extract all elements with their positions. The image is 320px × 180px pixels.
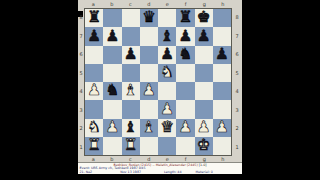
- square-c3[interactable]: [122, 100, 140, 118]
- current-move: 21. Na2: [80, 170, 93, 174]
- rank-label-1: 1: [233, 138, 241, 157]
- square-b3[interactable]: [103, 100, 121, 118]
- square-d2[interactable]: ♝: [140, 119, 158, 137]
- file-label-g: g: [195, 1, 214, 7]
- square-c7[interactable]: [122, 27, 140, 45]
- square-e8[interactable]: [158, 9, 176, 27]
- black-pawn-piece[interactable]: ♟: [105, 28, 119, 44]
- game-info-panel: Bashkov_Ruslan (2415) -- Maletin_Alexand…: [78, 162, 242, 174]
- square-f3[interactable]: [176, 100, 194, 118]
- rank-labels-right: 87654321: [233, 8, 241, 156]
- black-king-piece[interactable]: ♚: [197, 10, 211, 26]
- square-e6[interactable]: ♟: [158, 46, 176, 64]
- square-e4[interactable]: [158, 82, 176, 100]
- file-label-d: d: [140, 1, 159, 7]
- white-queen-piece[interactable]: ♛: [160, 119, 174, 135]
- rank-label-4: 4: [233, 82, 241, 101]
- square-g6[interactable]: [195, 46, 213, 64]
- square-g8[interactable]: ♚: [195, 9, 213, 27]
- white-king-piece[interactable]: ♚: [197, 138, 211, 154]
- square-g4[interactable]: [195, 82, 213, 100]
- square-a4[interactable]: ♟: [85, 82, 103, 100]
- square-d6[interactable]: [140, 46, 158, 64]
- square-a6[interactable]: [85, 46, 103, 64]
- game-result: [1-0]: [199, 163, 207, 167]
- square-e5[interactable]: ♞: [158, 64, 176, 82]
- black-knight-piece[interactable]: ♞: [178, 46, 192, 62]
- square-c8[interactable]: [122, 9, 140, 27]
- black-pawn-piece[interactable]: ♟: [178, 28, 192, 44]
- square-g1[interactable]: ♚: [195, 137, 213, 155]
- square-b4[interactable]: ♞: [103, 82, 121, 100]
- white-pawn-piece[interactable]: ♟: [105, 119, 119, 135]
- white-pawn-piece[interactable]: ♟: [215, 119, 229, 135]
- square-g7[interactable]: ♟: [195, 27, 213, 45]
- white-pawn-piece[interactable]: ♟: [178, 119, 192, 135]
- square-f1[interactable]: [176, 137, 194, 155]
- square-h2[interactable]: ♟: [213, 119, 231, 137]
- black-queen-piece[interactable]: ♛: [142, 10, 156, 26]
- white-pawn-piece[interactable]: ♟: [142, 83, 156, 99]
- square-b5[interactable]: [103, 64, 121, 82]
- black-knight-piece[interactable]: ♞: [105, 83, 119, 99]
- white-pawn-piece[interactable]: ♟: [197, 119, 211, 135]
- square-d5[interactable]: [140, 64, 158, 82]
- square-b2[interactable]: ♟: [103, 119, 121, 137]
- game-length: Length: 44: [164, 170, 181, 174]
- black-pawn-piece[interactable]: ♟: [124, 46, 138, 62]
- square-e1[interactable]: [158, 137, 176, 155]
- black-pawn-piece[interactable]: ♟: [87, 28, 101, 44]
- square-d3[interactable]: [140, 100, 158, 118]
- file-label-c: c: [121, 1, 140, 7]
- white-knight-piece[interactable]: ♞: [160, 65, 174, 81]
- square-b7[interactable]: ♟: [103, 27, 121, 45]
- square-h5[interactable]: [213, 64, 231, 82]
- file-label-a: a: [84, 1, 103, 7]
- white-bishop-piece[interactable]: ♝: [142, 119, 156, 135]
- square-e2[interactable]: ♛: [158, 119, 176, 137]
- square-h1[interactable]: [213, 137, 231, 155]
- square-e3[interactable]: ♟: [158, 100, 176, 118]
- square-h6[interactable]: ♟: [213, 46, 231, 64]
- chess-board: ♜♛♜♚♟♟♝♟♟♟♟♞♟♞♟♞♝♟♟♞♟♝♝♛♟♟♟♜♜♚: [84, 8, 232, 156]
- square-b1[interactable]: [103, 137, 121, 155]
- black-pawn-piece[interactable]: ♟: [197, 28, 211, 44]
- rank-label-8: 8: [233, 8, 241, 27]
- square-a1[interactable]: ♜: [85, 137, 103, 155]
- white-rook-piece[interactable]: ♜: [87, 138, 101, 154]
- square-f8[interactable]: ♜: [176, 9, 194, 27]
- rank-label-7: 7: [233, 27, 241, 46]
- file-label-h: h: [214, 1, 233, 7]
- black-player-name: Maletin_Alexander (2445): [156, 163, 198, 167]
- black-bishop-piece[interactable]: ♝: [124, 119, 138, 135]
- square-g5[interactable]: [195, 64, 213, 82]
- square-h3[interactable]: [213, 100, 231, 118]
- square-h7[interactable]: [213, 27, 231, 45]
- file-label-f: f: [177, 1, 196, 7]
- rank-label-2: 2: [233, 119, 241, 138]
- square-c5[interactable]: [122, 64, 140, 82]
- square-a5[interactable]: [85, 64, 103, 82]
- white-knight-piece[interactable]: ♞: [87, 119, 101, 135]
- square-g3[interactable]: [195, 100, 213, 118]
- black-rook-piece[interactable]: ♜: [178, 10, 192, 26]
- square-d4[interactable]: ♟: [140, 82, 158, 100]
- rank-label-3: 3: [233, 101, 241, 120]
- file-label-b: b: [103, 1, 122, 7]
- square-a8[interactable]: ♜: [85, 9, 103, 27]
- black-bishop-piece[interactable]: ♝: [160, 28, 174, 44]
- square-a2[interactable]: ♞: [85, 119, 103, 137]
- square-f2[interactable]: ♟: [176, 119, 194, 137]
- square-c1[interactable]: ♜: [122, 137, 140, 155]
- black-pawn-piece[interactable]: ♟: [215, 46, 229, 62]
- file-labels-top: abcdefgh: [84, 1, 232, 7]
- square-c4[interactable]: ♝: [122, 82, 140, 100]
- board-panel: abcdefgh 87654321 ♜♛♜♚♟♟♝♟♟♟♟♞♟♞♟♞♝♟♟♞♟♝…: [78, 0, 242, 174]
- square-f4[interactable]: [176, 82, 194, 100]
- square-d8[interactable]: ♛: [140, 9, 158, 27]
- square-a7[interactable]: ♟: [85, 27, 103, 45]
- white-bishop-piece[interactable]: ♝: [124, 83, 138, 99]
- square-f7[interactable]: ♟: [176, 27, 194, 45]
- material-balance: Material: 0: [195, 170, 212, 174]
- white-rook-piece[interactable]: ♜: [124, 138, 138, 154]
- square-c2[interactable]: ♝: [122, 119, 140, 137]
- square-d7[interactable]: [140, 27, 158, 45]
- rank-label-5: 5: [233, 64, 241, 83]
- file-label-e: e: [158, 1, 177, 7]
- black-rook-piece[interactable]: ♜: [87, 10, 101, 26]
- black-pawn-piece[interactable]: ♟: [160, 46, 174, 62]
- rank-label-6: 6: [233, 45, 241, 64]
- square-e7[interactable]: ♝: [158, 27, 176, 45]
- square-c6[interactable]: ♟: [122, 46, 140, 64]
- square-g2[interactable]: ♟: [195, 119, 213, 137]
- white-pawn-piece[interactable]: ♟: [160, 101, 174, 117]
- square-f6[interactable]: ♞: [176, 46, 194, 64]
- square-b8[interactable]: [103, 9, 121, 27]
- square-d1[interactable]: [140, 137, 158, 155]
- square-f5[interactable]: [176, 64, 194, 82]
- players-separator: --: [152, 163, 154, 167]
- game-stats-line: 21. Na2 Nov 13 1987 Length: 44 Material:…: [78, 170, 242, 174]
- square-b6[interactable]: [103, 46, 121, 64]
- white-pawn-piece[interactable]: ♟: [87, 83, 101, 99]
- square-h8[interactable]: [213, 9, 231, 27]
- square-h4[interactable]: [213, 82, 231, 100]
- square-a3[interactable]: [85, 100, 103, 118]
- game-date: Nov 13 1987: [120, 170, 141, 174]
